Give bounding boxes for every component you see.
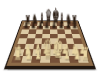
square-d7: ♟ xyxy=(43,25,50,29)
piece-black-rook: ♜ xyxy=(25,13,29,25)
piece-black-rook: ♜ xyxy=(72,13,76,25)
square-h5 xyxy=(72,33,81,38)
square-d4 xyxy=(42,38,50,43)
square-d3 xyxy=(41,43,50,49)
square-h7: ♟ xyxy=(70,25,78,29)
square-d1: ♛ xyxy=(40,55,50,62)
square-d8: ♛ xyxy=(43,22,50,25)
square-h1: ♜ xyxy=(77,55,88,62)
piece-white-pawn: ♟ xyxy=(43,42,48,55)
square-d5 xyxy=(42,33,50,38)
square-d6 xyxy=(43,29,50,33)
square-h8: ♜ xyxy=(69,22,77,25)
chess-set-photo: ♜♞♝♛♚♝♞♜♟♟♟♟♟♟♟♟♟♟♟♟♟♟♟♟♜♞♝♛♚♝♞♜ xyxy=(0,0,100,78)
piece-white-pawn: ♟ xyxy=(52,42,57,55)
piece-white-pawn: ♟ xyxy=(25,42,30,55)
square-d2: ♟ xyxy=(41,49,50,55)
piece-white-pawn: ♟ xyxy=(61,42,66,55)
piece-black-knight: ♞ xyxy=(65,11,68,25)
square-c1: ♝ xyxy=(31,55,41,62)
board-grid: ♜♞♝♛♚♝♞♜♟♟♟♟♟♟♟♟♟♟♟♟♟♟♟♟♜♞♝♛♚♝♞♜ xyxy=(11,22,88,63)
square-h3 xyxy=(74,43,84,49)
piece-black-bishop: ♝ xyxy=(59,11,62,26)
square-c5 xyxy=(35,33,43,38)
chess-board: ♜♞♝♛♚♝♞♜♟♟♟♟♟♟♟♟♟♟♟♟♟♟♟♟♜♞♝♛♚♝♞♜ xyxy=(4,20,96,69)
piece-white-pawn: ♟ xyxy=(34,42,39,55)
piece-black-king: ♚ xyxy=(52,5,55,25)
piece-white-pawn: ♟ xyxy=(16,42,21,55)
piece-black-bishop: ♝ xyxy=(38,11,41,26)
piece-white-pawn: ♟ xyxy=(70,42,75,55)
square-h4 xyxy=(73,38,82,43)
square-b4 xyxy=(26,38,35,43)
piece-black-queen: ♛ xyxy=(45,7,48,25)
square-b5 xyxy=(27,33,35,38)
square-h6 xyxy=(71,29,79,33)
piece-black-knight: ♞ xyxy=(32,11,35,25)
square-h2: ♟ xyxy=(76,49,87,55)
square-c4 xyxy=(34,38,43,43)
piece-white-pawn: ♟ xyxy=(79,42,84,55)
square-a4 xyxy=(18,38,27,43)
square-a5 xyxy=(19,33,28,38)
